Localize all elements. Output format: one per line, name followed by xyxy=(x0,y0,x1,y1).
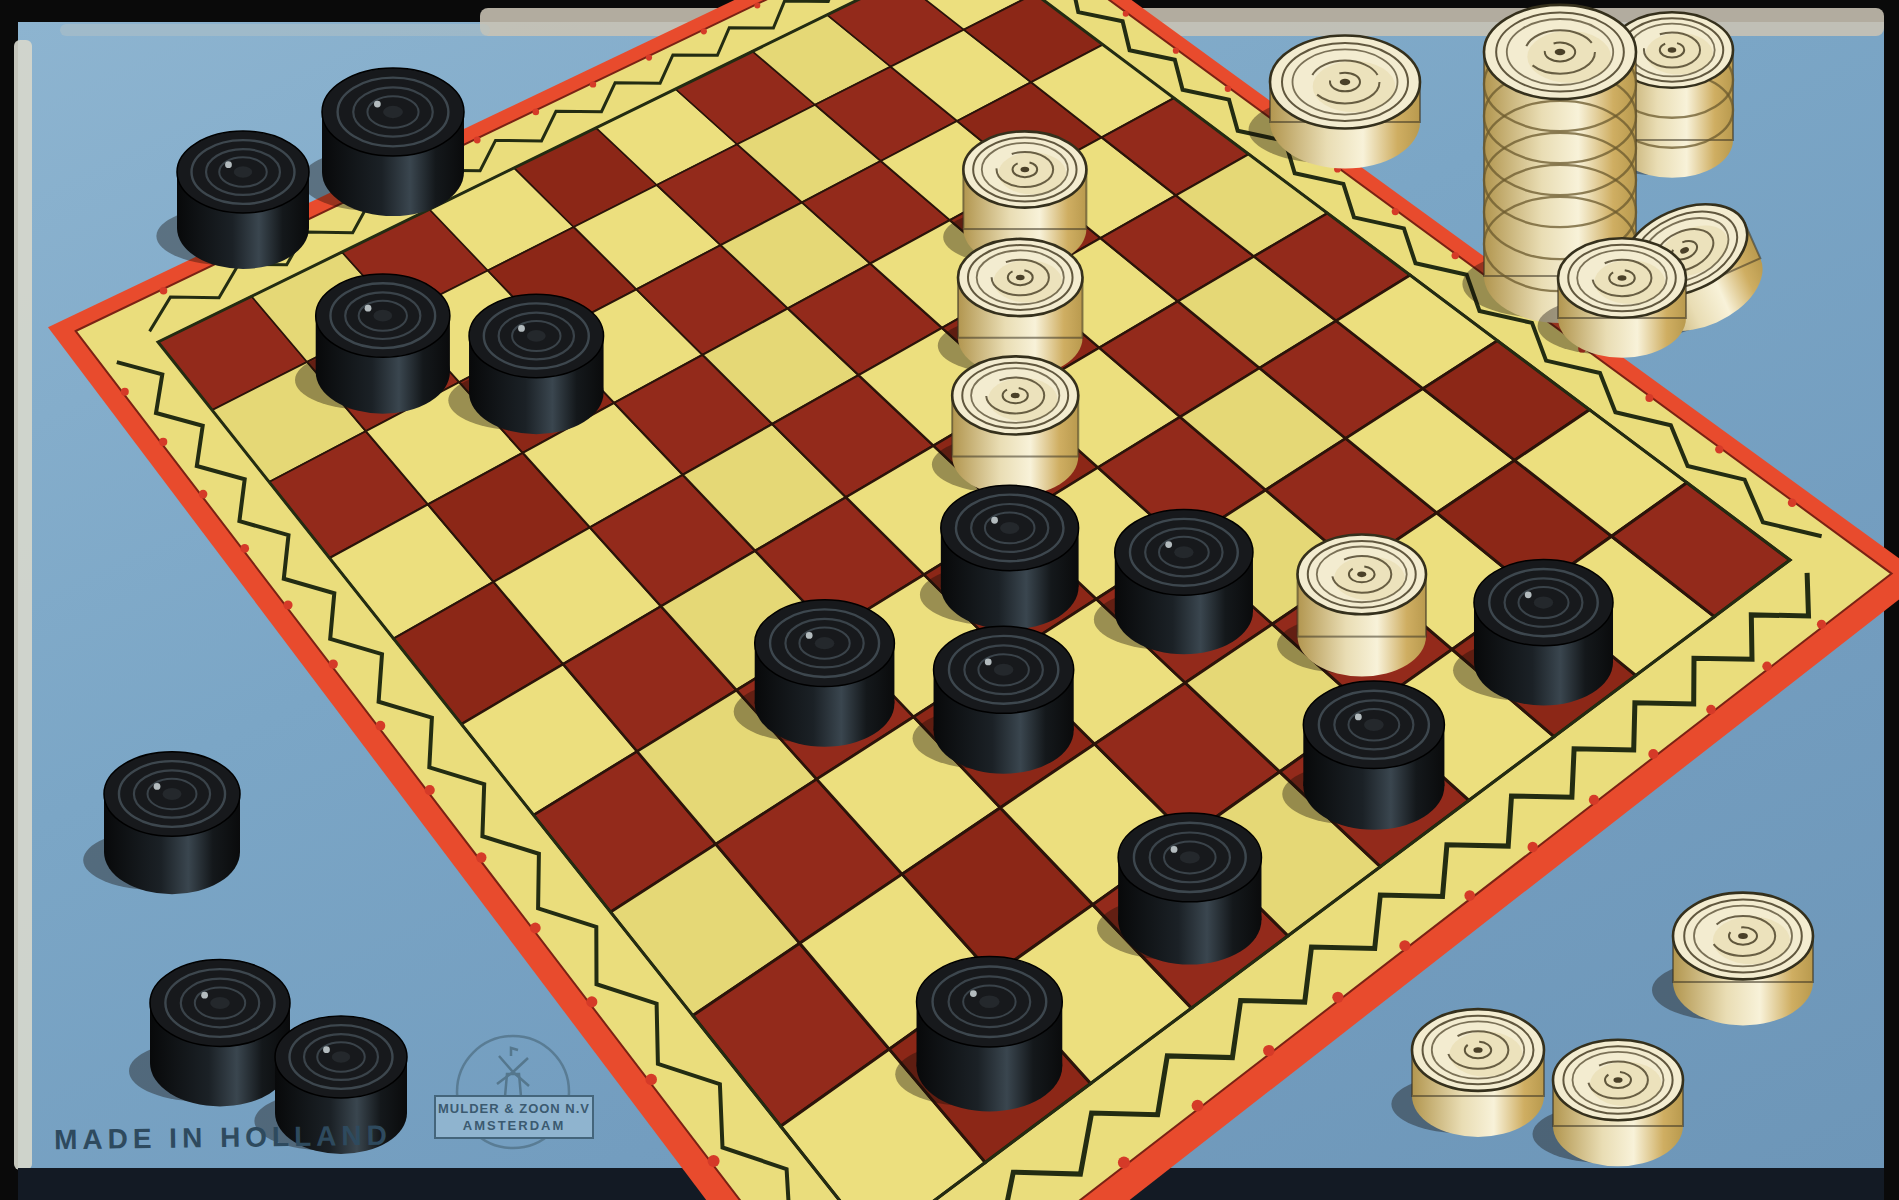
band-dot xyxy=(645,1074,657,1086)
band-dot xyxy=(1528,842,1538,852)
piece-glint xyxy=(374,101,381,108)
band-dot xyxy=(586,996,597,1007)
piece-center xyxy=(979,995,999,1008)
black-piece-offboard-3 xyxy=(83,752,240,894)
piece-glint xyxy=(970,990,977,997)
piece-glint xyxy=(1355,714,1362,721)
piece-center xyxy=(162,788,181,800)
maker-city-text: AMSTERDAM xyxy=(463,1118,566,1133)
band-dot xyxy=(283,600,292,609)
black-piece-offboard-2 xyxy=(301,68,464,216)
white-piece-offboard-6 xyxy=(1652,893,1813,1026)
band-dot xyxy=(646,55,652,61)
piece-center xyxy=(373,310,392,322)
piece-center xyxy=(1364,719,1384,731)
piece-center xyxy=(1618,275,1627,281)
band-dot xyxy=(1715,445,1723,453)
windmill-logo-graphic: MULDER & ZOON N.V AMSTERDAM xyxy=(425,1012,605,1182)
maker-logo: MULDER & ZOON N.V AMSTERDAM xyxy=(425,1012,605,1186)
piece-center xyxy=(1340,79,1351,86)
band-dot xyxy=(1118,1156,1130,1168)
band-dot xyxy=(1817,620,1826,629)
band-dot xyxy=(1464,890,1475,901)
band-dot xyxy=(1706,705,1716,715)
piece-center xyxy=(1534,597,1553,609)
band-dot xyxy=(1788,499,1797,508)
piece-center xyxy=(234,166,252,177)
band-dot xyxy=(121,388,129,396)
piece-center xyxy=(815,637,835,649)
band-dot xyxy=(1332,992,1343,1003)
piece-center xyxy=(1668,47,1677,52)
made-in-holland-label: MADE IN HOLLAND xyxy=(54,1120,392,1157)
piece-glint xyxy=(1165,541,1172,548)
piece-center xyxy=(1174,546,1193,558)
band-dot xyxy=(1648,749,1658,759)
band-dot xyxy=(1123,11,1129,17)
band-dot xyxy=(1452,252,1459,259)
piece-center xyxy=(383,106,403,118)
band-dot xyxy=(1173,48,1179,54)
piece-glint xyxy=(323,1046,330,1053)
band-dot xyxy=(199,490,208,499)
piece-center xyxy=(1555,49,1566,56)
band-dot xyxy=(1399,940,1410,951)
band-dot xyxy=(329,659,338,668)
band-dot xyxy=(1392,208,1399,215)
checkers-board-artwork xyxy=(0,0,1899,1200)
piece-center xyxy=(1000,522,1019,534)
band-dot xyxy=(1192,1100,1204,1112)
band-dot xyxy=(1645,394,1653,402)
band-dot xyxy=(159,438,167,446)
band-dot xyxy=(1589,795,1599,805)
band-dot xyxy=(754,3,760,9)
black-piece-offboard-1 xyxy=(156,131,309,269)
piece-glint xyxy=(985,659,992,666)
piece-glint xyxy=(1171,846,1178,853)
band-dot xyxy=(1225,86,1231,92)
piece-glint xyxy=(201,992,208,999)
band-dot xyxy=(533,109,540,116)
band-dot xyxy=(160,287,168,295)
logo-ribbon: MULDER & ZOON N.V AMSTERDAM xyxy=(435,1096,593,1138)
piece-center xyxy=(1021,167,1030,172)
band-dot xyxy=(376,721,386,731)
band-dot xyxy=(474,137,481,144)
piece-center xyxy=(1738,933,1748,939)
piece-center xyxy=(1473,1047,1482,1053)
piece-center xyxy=(1613,1077,1622,1083)
piece-center xyxy=(527,330,546,342)
piece-center xyxy=(1180,851,1200,863)
piece-glint xyxy=(991,517,998,524)
piece-center xyxy=(1011,393,1020,398)
piece-glint xyxy=(365,305,372,312)
piece-center xyxy=(210,997,230,1009)
piece-glint xyxy=(518,325,525,332)
black-piece-offboard-4 xyxy=(129,960,290,1107)
white-piece-offboard-1 xyxy=(1249,36,1421,169)
white-piece-offboard-5 xyxy=(1533,1040,1684,1167)
piece-center xyxy=(332,1051,350,1062)
band-dot xyxy=(701,28,707,34)
piece-center xyxy=(1016,275,1025,280)
band-dot xyxy=(240,544,249,553)
piece-glint xyxy=(154,783,161,790)
band-dot xyxy=(530,923,541,934)
band-dot xyxy=(1762,662,1771,671)
band-dot xyxy=(425,785,435,795)
white-piece-offboard-4 xyxy=(1391,1009,1544,1137)
piece-glint xyxy=(1525,591,1532,598)
piece-glint xyxy=(806,632,813,639)
piece-center xyxy=(994,664,1014,676)
band-dot xyxy=(1263,1045,1274,1056)
box-photo-stage: MADE IN HOLLAND MULDER & ZOON N.V AMSTER… xyxy=(0,0,1899,1200)
band-dot xyxy=(590,81,596,87)
band-dot xyxy=(476,852,486,862)
piece-glint xyxy=(225,161,232,168)
maker-name-text: MULDER & ZOON N.V xyxy=(438,1101,590,1116)
band-dot xyxy=(708,1155,720,1167)
piece-center xyxy=(1357,572,1366,578)
